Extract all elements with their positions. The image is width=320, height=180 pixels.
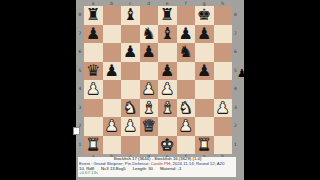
square-g1[interactable]: ♜ — [195, 136, 214, 155]
black-queen: ♛ — [86, 62, 100, 81]
square-b7[interactable] — [103, 25, 122, 44]
video-frame: abcdefgh 87654321 ♜♝♜♚♟♞♝♟♟♟♟♞♛♟♟♟♟♟♟♞♝♝… — [0, 0, 320, 180]
square-g2[interactable] — [195, 117, 214, 136]
square-c6[interactable]: ♟ — [121, 43, 140, 62]
square-e2[interactable] — [158, 117, 177, 136]
rank-labels-right-2: 2 — [233, 117, 239, 136]
black-pawn: ♟ — [86, 25, 100, 44]
square-d1[interactable] — [140, 136, 159, 155]
square-f7[interactable]: ♟ — [177, 25, 196, 44]
square-b4[interactable] — [103, 80, 122, 99]
square-b6[interactable] — [103, 43, 122, 62]
square-d8[interactable] — [140, 6, 159, 25]
square-e8[interactable]: ♜ — [158, 6, 177, 25]
square-e5[interactable]: ♟ — [158, 62, 177, 81]
black-pawn: ♟ — [123, 43, 137, 62]
black-bishop: ♝ — [160, 25, 174, 44]
square-h1[interactable] — [214, 136, 233, 155]
square-c2[interactable]: ♟ — [121, 117, 140, 136]
black-rook: ♜ — [86, 6, 100, 25]
white-bishop: ♝ — [160, 99, 174, 118]
square-g4[interactable] — [195, 80, 214, 99]
event-suffix-text: ; 2024.11.14; Round 12; A20 — [170, 162, 224, 166]
square-a8[interactable]: ♜ — [84, 6, 103, 25]
square-f3[interactable]: ♞ — [177, 99, 196, 118]
file-labels-top-e: e — [158, 1, 177, 6]
chess-board[interactable]: ♜♝♜♚♟♞♝♟♟♟♟♞♛♟♟♟♟♟♟♞♝♝♞♟♟♟♛♟♜♚♜ — [84, 6, 232, 154]
rank-labels-left-1: 1 — [77, 136, 83, 155]
black-pawn: ♟ — [105, 62, 119, 81]
black-knight: ♞ — [142, 25, 156, 44]
square-g5[interactable]: ♟ — [195, 62, 214, 81]
rank-labels-left-7: 7 — [77, 25, 83, 44]
black-knight: ♞ — [179, 43, 193, 62]
square-d3[interactable]: ♝ — [140, 99, 159, 118]
moves-text: Nc3 13.Bxg5 — [101, 167, 126, 171]
black-bishop: ♝ — [123, 6, 137, 25]
square-g7[interactable]: ♟ — [195, 25, 214, 44]
square-d2[interactable]: ♛ — [140, 117, 159, 136]
white-pawn: ♟ — [216, 99, 230, 118]
white-pawn: ♟ — [179, 117, 193, 136]
square-c1[interactable] — [121, 136, 140, 155]
white-pawn: ♟ — [160, 80, 174, 99]
square-b1[interactable] — [103, 136, 122, 155]
square-a1[interactable]: ♜ — [84, 136, 103, 155]
square-b3[interactable] — [103, 99, 122, 118]
white-pawn: ♟ — [105, 117, 119, 136]
black-king: ♚ — [197, 6, 211, 25]
square-d4[interactable]: ♟ — [140, 80, 159, 99]
white-rook: ♜ — [86, 136, 100, 155]
square-b2[interactable]: ♟ — [103, 117, 122, 136]
square-f1[interactable] — [177, 136, 196, 155]
length-label: Length: 30 — [133, 167, 153, 171]
square-h5[interactable] — [214, 62, 233, 81]
square-f4[interactable] — [177, 80, 196, 99]
rank-labels-right-7: 7 — [233, 25, 239, 44]
engine-eval-line: +0.67 13s — [78, 171, 236, 176]
square-e7[interactable]: ♝ — [158, 25, 177, 44]
black-rook: ♜ — [160, 6, 174, 25]
square-g8[interactable]: ♚ — [195, 6, 214, 25]
side-to-move-black-pawn-icon: ♟ — [237, 67, 247, 80]
square-b8[interactable] — [103, 6, 122, 25]
square-d5[interactable] — [140, 62, 159, 81]
white-pawn: ♟ — [123, 117, 137, 136]
event-highlight-text: Castle PH — [151, 162, 170, 166]
square-h7[interactable] — [214, 25, 233, 44]
rank-labels-left-5: 5 — [77, 62, 83, 81]
square-h8[interactable] — [214, 6, 233, 25]
file-labels-top-h: h — [214, 1, 233, 6]
white-bishop: ♝ — [142, 99, 156, 118]
rank-labels-right-3: 3 — [233, 99, 239, 118]
square-a5[interactable]: ♛ — [84, 62, 103, 81]
square-h4[interactable] — [214, 80, 233, 99]
square-g6[interactable] — [195, 43, 214, 62]
material-label: Material: -1 — [160, 167, 182, 171]
rank-labels-right-8: 8 — [233, 6, 239, 25]
white-pawn: ♟ — [86, 80, 100, 99]
white-knight: ♞ — [179, 99, 193, 118]
square-c7[interactable] — [121, 25, 140, 44]
square-h3[interactable]: ♟ — [214, 99, 233, 118]
game-info-caption: Stockfish 17 (3644) - Stockfish 16 (3629… — [78, 157, 236, 177]
rank-labels-right: 87654321 — [233, 6, 239, 154]
square-f2[interactable]: ♟ — [177, 117, 196, 136]
square-e6[interactable] — [158, 43, 177, 62]
event-text: Event : Grand Sleipner; Pin Defense; — [79, 162, 151, 166]
square-h2[interactable] — [214, 117, 233, 136]
square-h6[interactable] — [214, 43, 233, 62]
square-g3[interactable] — [195, 99, 214, 118]
white-indicator-box — [73, 127, 80, 135]
square-d6[interactable]: ♟ — [140, 43, 159, 62]
file-labels-top: abcdefgh — [84, 1, 232, 6]
file-labels-top-c: c — [121, 1, 140, 6]
square-f5[interactable] — [177, 62, 196, 81]
rank-labels-left-4: 4 — [77, 80, 83, 99]
square-f8[interactable] — [177, 6, 196, 25]
square-a4[interactable]: ♟ — [84, 80, 103, 99]
square-c4[interactable] — [121, 80, 140, 99]
file-labels-top-b: b — [103, 1, 122, 6]
rank-labels-left-3: 3 — [77, 99, 83, 118]
square-e1[interactable]: ♚ — [158, 136, 177, 155]
square-a3[interactable] — [84, 99, 103, 118]
rank-labels-right-6: 6 — [233, 43, 239, 62]
square-c3[interactable]: ♞ — [121, 99, 140, 118]
file-labels-top-d: d — [140, 1, 159, 6]
square-e3[interactable]: ♝ — [158, 99, 177, 118]
square-a7[interactable]: ♟ — [84, 25, 103, 44]
white-king: ♚ — [160, 136, 174, 155]
square-a2[interactable] — [84, 117, 103, 136]
white-queen: ♛ — [142, 117, 156, 136]
file-labels-top-a: a — [84, 1, 103, 6]
square-c8[interactable]: ♝ — [121, 6, 140, 25]
rank-labels-left-8: 8 — [77, 6, 83, 25]
square-b5[interactable]: ♟ — [103, 62, 122, 81]
white-rook: ♜ — [197, 136, 211, 155]
square-e4[interactable]: ♟ — [158, 80, 177, 99]
square-c5[interactable] — [121, 62, 140, 81]
white-pawn: ♟ — [142, 80, 156, 99]
black-pawn: ♟ — [197, 62, 211, 81]
black-pawn: ♟ — [179, 25, 193, 44]
rank-labels-right-4: 4 — [233, 80, 239, 99]
black-pawn: ♟ — [160, 62, 174, 81]
black-pawn: ♟ — [142, 43, 156, 62]
square-a6[interactable] — [84, 43, 103, 62]
file-labels-top-f: f — [177, 1, 196, 6]
square-f6[interactable]: ♞ — [177, 43, 196, 62]
square-d7[interactable]: ♞ — [140, 25, 159, 44]
rank-labels-left-6: 6 — [77, 43, 83, 62]
file-labels-top-g: g — [195, 1, 214, 6]
white-knight: ♞ — [123, 99, 137, 118]
rank-labels-right-1: 1 — [233, 136, 239, 155]
black-pawn: ♟ — [197, 25, 211, 44]
move-number: 10. Rd8 — [79, 167, 94, 171]
